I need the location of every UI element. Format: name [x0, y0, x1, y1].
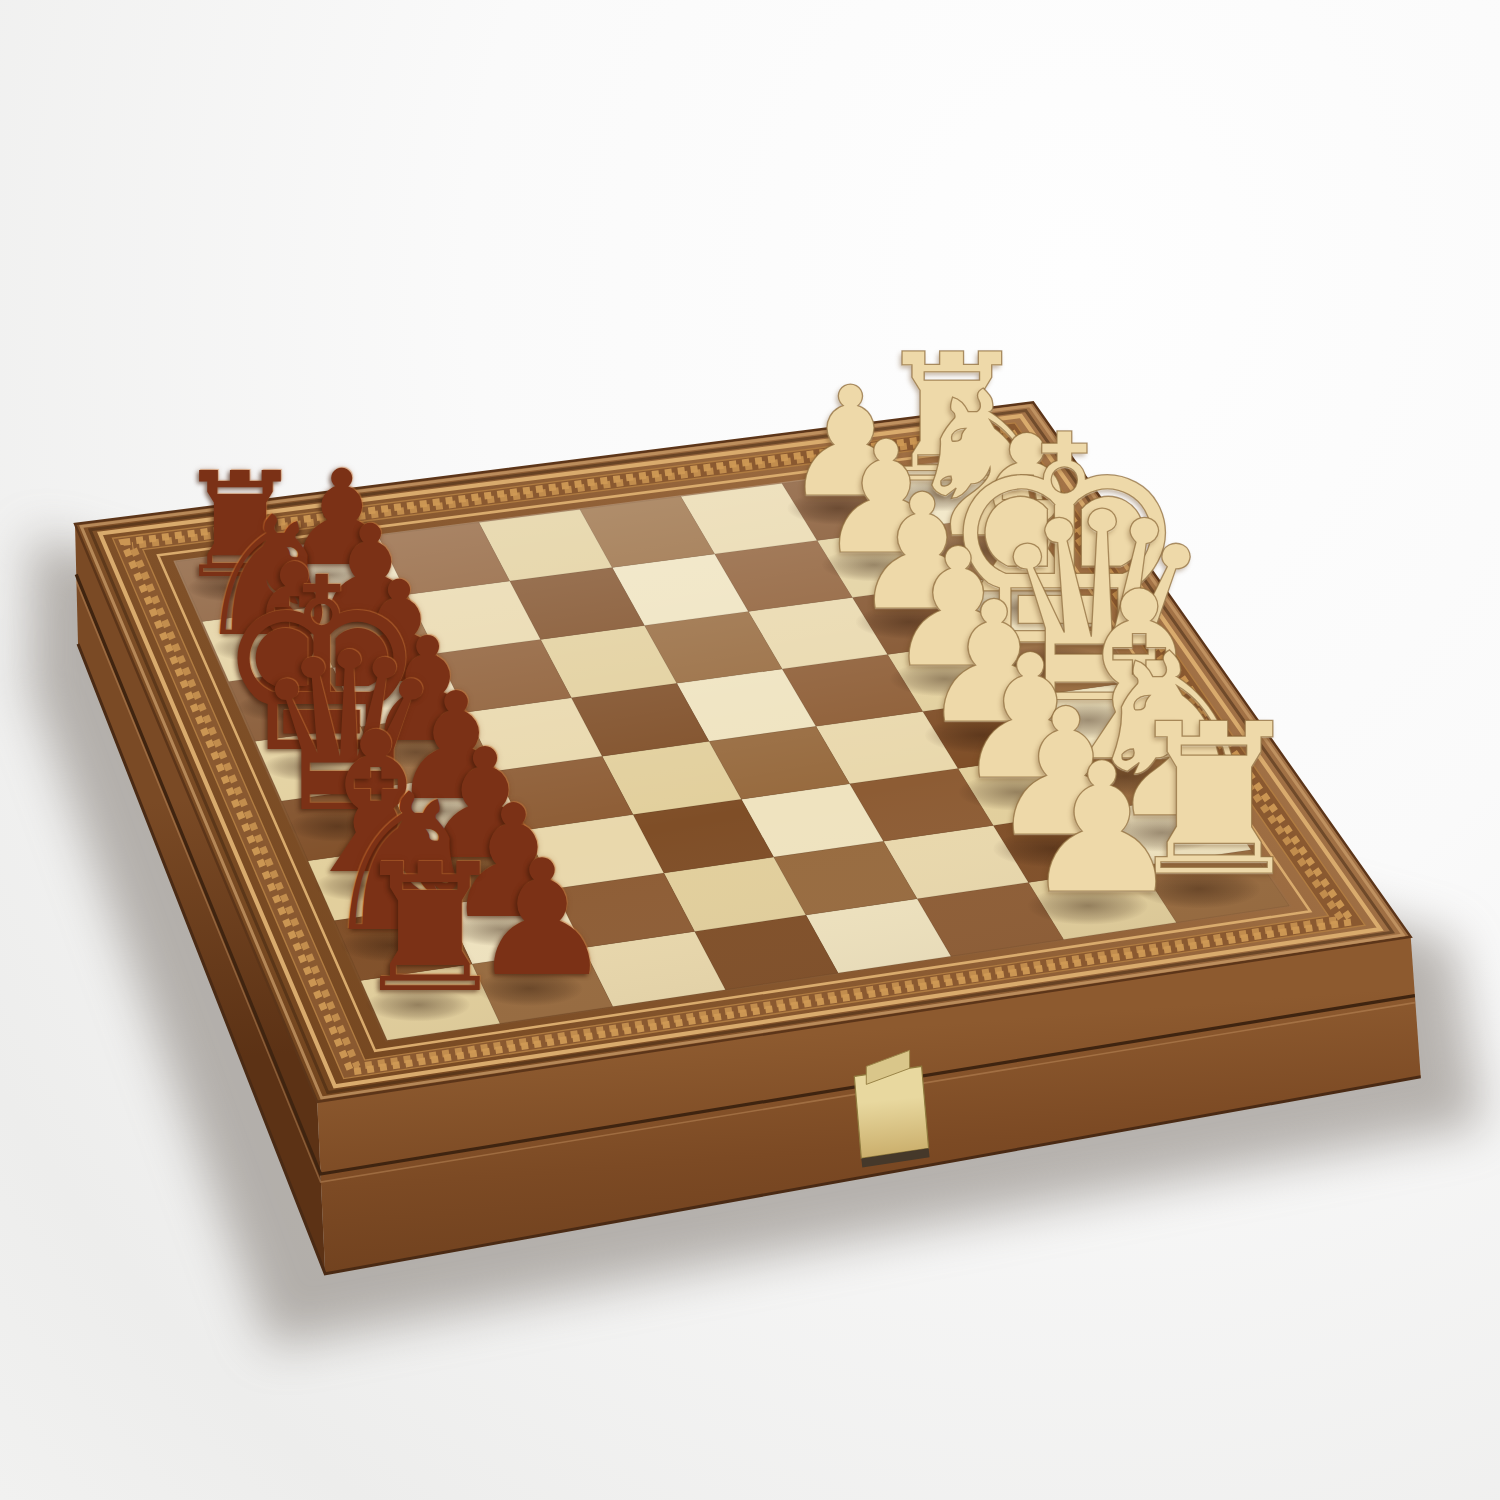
- piece-black-rook-a8[interactable]: ♜: [351, 825, 510, 1002]
- studio-scene: ♜♟♞♟♟♜♝♟♟♞♚♟♟♝♛♟♟♚♝♟♟♛♞♟♟♝♜♟♟♞♟♜: [0, 0, 1500, 1500]
- brass-clasp[interactable]: [854, 1066, 928, 1158]
- piece-white-pawn-a2[interactable]: ♟: [1021, 723, 1182, 903]
